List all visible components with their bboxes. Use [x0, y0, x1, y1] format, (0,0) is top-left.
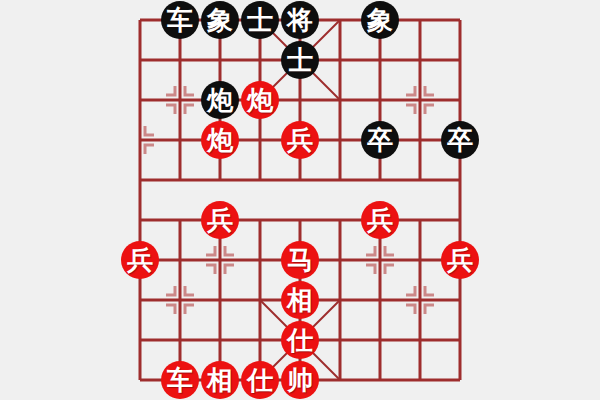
- red-cannon[interactable]: 炮: [241, 81, 279, 119]
- intersection-f4r3[interactable]: 兵: [280, 120, 320, 160]
- xiangqi-screenshot: 车象士将象士炮炮炮兵卒卒兵兵兵马兵相仕车相仕帅: [0, 0, 600, 400]
- intersection-f2r8[interactable]: [200, 320, 240, 360]
- black-advisor[interactable]: 士: [281, 41, 319, 79]
- intersection-f0r2[interactable]: [120, 80, 160, 120]
- intersection-f0r5[interactable]: [120, 200, 160, 240]
- red-general[interactable]: 帅: [281, 361, 319, 399]
- intersection-f3r7[interactable]: [240, 280, 280, 320]
- black-soldier[interactable]: 卒: [441, 121, 479, 159]
- red-horse[interactable]: 马: [281, 241, 319, 279]
- intersection-f6r9[interactable]: [360, 360, 400, 400]
- intersection-f7r1[interactable]: [400, 40, 440, 80]
- red-soldier[interactable]: 兵: [361, 201, 399, 239]
- intersection-f4r6[interactable]: 马: [280, 240, 320, 280]
- black-soldier[interactable]: 卒: [361, 121, 399, 159]
- intersection-f7r9[interactable]: [400, 360, 440, 400]
- intersection-f1r5[interactable]: [160, 200, 200, 240]
- intersection-f1r0[interactable]: 车: [160, 0, 200, 40]
- red-advisor[interactable]: 仕: [241, 361, 279, 399]
- board-intersections: 车象士将象士炮炮炮兵卒卒兵兵兵马兵相仕车相仕帅: [120, 0, 480, 400]
- intersection-f7r0[interactable]: [400, 0, 440, 40]
- intersection-f8r8[interactable]: [440, 320, 480, 360]
- black-general[interactable]: 将: [281, 1, 319, 39]
- intersection-f3r0[interactable]: 士: [240, 0, 280, 40]
- intersection-f4r9[interactable]: 帅: [280, 360, 320, 400]
- intersection-f7r6[interactable]: [400, 240, 440, 280]
- intersection-f3r3[interactable]: [240, 120, 280, 160]
- red-cannon[interactable]: 炮: [201, 121, 239, 159]
- red-elephant[interactable]: 相: [201, 361, 239, 399]
- intersection-f2r7[interactable]: [200, 280, 240, 320]
- red-soldier[interactable]: 兵: [121, 241, 159, 279]
- intersection-f5r0[interactable]: [320, 0, 360, 40]
- red-chariot[interactable]: 车: [161, 361, 199, 399]
- intersection-f1r1[interactable]: [160, 40, 200, 80]
- intersection-f3r6[interactable]: [240, 240, 280, 280]
- intersection-f5r2[interactable]: [320, 80, 360, 120]
- intersection-f2r0[interactable]: 象: [200, 0, 240, 40]
- red-soldier[interactable]: 兵: [201, 201, 239, 239]
- intersection-f1r6[interactable]: [160, 240, 200, 280]
- intersection-f6r1[interactable]: [360, 40, 400, 80]
- intersection-f3r1[interactable]: [240, 40, 280, 80]
- intersection-f1r7[interactable]: [160, 280, 200, 320]
- intersection-f1r4[interactable]: [160, 160, 200, 200]
- intersection-f2r5[interactable]: 兵: [200, 200, 240, 240]
- intersection-f3r4[interactable]: [240, 160, 280, 200]
- intersection-f6r8[interactable]: [360, 320, 400, 360]
- intersection-f2r4[interactable]: [200, 160, 240, 200]
- intersection-f1r3[interactable]: [160, 120, 200, 160]
- intersection-f0r9[interactable]: [120, 360, 160, 400]
- intersection-f8r0[interactable]: [440, 0, 480, 40]
- intersection-f1r9[interactable]: 车: [160, 360, 200, 400]
- black-elephant[interactable]: 象: [201, 1, 239, 39]
- intersection-f7r2[interactable]: [400, 80, 440, 120]
- intersection-f7r7[interactable]: [400, 280, 440, 320]
- intersection-f8r7[interactable]: [440, 280, 480, 320]
- intersection-f0r4[interactable]: [120, 160, 160, 200]
- intersection-f6r5[interactable]: 兵: [360, 200, 400, 240]
- intersection-f8r1[interactable]: [440, 40, 480, 80]
- black-cannon[interactable]: 炮: [201, 81, 239, 119]
- intersection-f4r8[interactable]: 仕: [280, 320, 320, 360]
- intersection-f0r6[interactable]: 兵: [120, 240, 160, 280]
- intersection-f2r3[interactable]: 炮: [200, 120, 240, 160]
- intersection-f0r7[interactable]: [120, 280, 160, 320]
- red-soldier[interactable]: 兵: [441, 241, 479, 279]
- red-elephant[interactable]: 相: [281, 281, 319, 319]
- intersection-f7r4[interactable]: [400, 160, 440, 200]
- red-advisor[interactable]: 仕: [281, 321, 319, 359]
- intersection-f6r0[interactable]: 象: [360, 0, 400, 40]
- intersection-f8r3[interactable]: 卒: [440, 120, 480, 160]
- intersection-f1r2[interactable]: [160, 80, 200, 120]
- red-soldier[interactable]: 兵: [281, 121, 319, 159]
- intersection-f5r7[interactable]: [320, 280, 360, 320]
- intersection-f3r2[interactable]: 炮: [240, 80, 280, 120]
- intersection-f3r9[interactable]: 仕: [240, 360, 280, 400]
- intersection-f6r4[interactable]: [360, 160, 400, 200]
- xiangqi-board: 车象士将象士炮炮炮兵卒卒兵兵兵马兵相仕车相仕帅: [120, 0, 480, 400]
- intersection-f0r3[interactable]: [120, 120, 160, 160]
- intersection-f0r1[interactable]: [120, 40, 160, 80]
- black-chariot[interactable]: 车: [161, 1, 199, 39]
- intersection-f3r5[interactable]: [240, 200, 280, 240]
- intersection-f4r1[interactable]: 士: [280, 40, 320, 80]
- intersection-f8r9[interactable]: [440, 360, 480, 400]
- intersection-f5r8[interactable]: [320, 320, 360, 360]
- intersection-f7r3[interactable]: [400, 120, 440, 160]
- intersection-f7r5[interactable]: [400, 200, 440, 240]
- intersection-f5r3[interactable]: [320, 120, 360, 160]
- intersection-f8r2[interactable]: [440, 80, 480, 120]
- intersection-f5r4[interactable]: [320, 160, 360, 200]
- intersection-f4r2[interactable]: [280, 80, 320, 120]
- intersection-f4r7[interactable]: 相: [280, 280, 320, 320]
- intersection-f0r8[interactable]: [120, 320, 160, 360]
- intersection-f5r1[interactable]: [320, 40, 360, 80]
- intersection-f1r8[interactable]: [160, 320, 200, 360]
- intersection-f2r1[interactable]: [200, 40, 240, 80]
- intersection-f0r0[interactable]: [120, 0, 160, 40]
- intersection-f2r2[interactable]: 炮: [200, 80, 240, 120]
- intersection-f8r5[interactable]: [440, 200, 480, 240]
- intersection-f5r6[interactable]: [320, 240, 360, 280]
- intersection-f2r9[interactable]: 相: [200, 360, 240, 400]
- intersection-f4r0[interactable]: 将: [280, 0, 320, 40]
- intersection-f7r8[interactable]: [400, 320, 440, 360]
- black-elephant[interactable]: 象: [361, 1, 399, 39]
- intersection-f5r9[interactable]: [320, 360, 360, 400]
- intersection-f6r6[interactable]: [360, 240, 400, 280]
- intersection-f8r6[interactable]: 兵: [440, 240, 480, 280]
- intersection-f2r6[interactable]: [200, 240, 240, 280]
- intersection-f6r2[interactable]: [360, 80, 400, 120]
- intersection-f4r5[interactable]: [280, 200, 320, 240]
- intersection-f8r4[interactable]: [440, 160, 480, 200]
- intersection-f5r5[interactable]: [320, 200, 360, 240]
- intersection-f6r3[interactable]: 卒: [360, 120, 400, 160]
- intersection-f3r8[interactable]: [240, 320, 280, 360]
- intersection-f4r4[interactable]: [280, 160, 320, 200]
- black-advisor[interactable]: 士: [241, 1, 279, 39]
- intersection-f6r7[interactable]: [360, 280, 400, 320]
